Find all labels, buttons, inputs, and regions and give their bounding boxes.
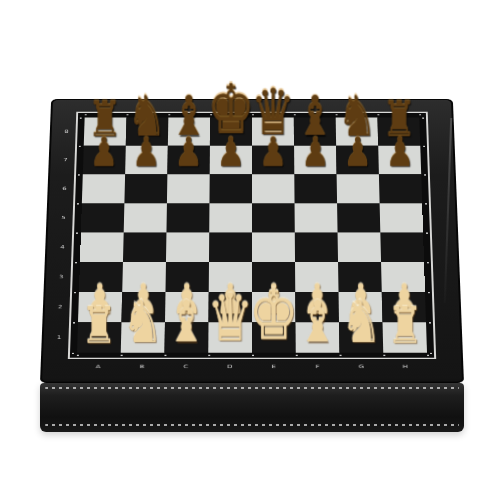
square-b4[interactable] xyxy=(123,232,166,262)
square-g4[interactable] xyxy=(338,232,381,262)
stitch-line-top xyxy=(45,387,459,389)
square-e5[interactable] xyxy=(252,203,295,232)
square-d6[interactable] xyxy=(209,174,252,203)
square-a4[interactable] xyxy=(80,232,124,262)
file-label-e: E xyxy=(252,363,296,370)
square-b6[interactable] xyxy=(124,174,167,203)
file-label-g: G xyxy=(340,363,384,370)
square-g6[interactable] xyxy=(337,174,380,203)
leather-box-front xyxy=(40,383,464,432)
file-label-h: H xyxy=(384,363,428,370)
square-e4[interactable] xyxy=(252,232,295,262)
square-h4[interactable] xyxy=(380,232,424,262)
square-f6[interactable] xyxy=(294,174,337,203)
file-labels: ABCDEFGH xyxy=(76,363,427,370)
file-label-c: C xyxy=(164,363,208,370)
square-c6[interactable] xyxy=(167,174,210,203)
chess-box-lid: ♜♞♝♚♛♝♞♜♟♟♟♟♟♟♟♟♟♟♟♟♟♟♟♟♜♞♝♛♚♝♞♜ ABCDEFG… xyxy=(40,99,464,383)
piece-black-pawn[interactable]: ♟ xyxy=(369,132,431,173)
border-dots-bottom xyxy=(77,355,429,356)
square-e6[interactable] xyxy=(252,174,295,203)
rank-label-8: 8 xyxy=(59,117,74,145)
file-label-a: A xyxy=(76,363,120,370)
square-h5[interactable] xyxy=(380,203,423,232)
square-b5[interactable] xyxy=(124,203,167,232)
square-h7[interactable]: ♟ xyxy=(378,146,421,175)
square-h1[interactable]: ♜ xyxy=(383,322,428,353)
rank-label-1: 1 xyxy=(51,322,67,353)
square-c4[interactable] xyxy=(166,232,209,262)
square-f4[interactable] xyxy=(295,232,338,262)
stitch-line-bottom xyxy=(45,424,459,426)
product-scene: ♜♞♝♚♛♝♞♜♟♟♟♟♟♟♟♟♟♟♟♟♟♟♟♟♜♞♝♛♚♝♞♜ ABCDEFG… xyxy=(0,0,500,500)
board-grid: ♜♞♝♚♛♝♞♜♟♟♟♟♟♟♟♟♟♟♟♟♟♟♟♟♜♞♝♛♚♝♞♜ xyxy=(77,117,427,352)
rank-label-2: 2 xyxy=(52,292,68,322)
file-label-b: B xyxy=(120,363,164,370)
piece-white-rook[interactable]: ♜ xyxy=(373,300,437,351)
square-d5[interactable] xyxy=(209,203,252,232)
rank-label-6: 6 xyxy=(57,174,73,203)
board-frame: ♜♞♝♚♛♝♞♜♟♟♟♟♟♟♟♟♟♟♟♟♟♟♟♟♜♞♝♛♚♝♞♜ xyxy=(68,112,436,359)
rank-label-4: 4 xyxy=(55,232,71,262)
rank-label-7: 7 xyxy=(58,146,73,175)
square-c5[interactable] xyxy=(166,203,209,232)
file-label-f: F xyxy=(296,363,340,370)
square-g5[interactable] xyxy=(337,203,380,232)
file-label-d: D xyxy=(208,363,252,370)
square-a5[interactable] xyxy=(81,203,124,232)
square-a6[interactable] xyxy=(82,174,125,203)
square-d4[interactable] xyxy=(209,232,252,262)
square-h6[interactable] xyxy=(379,174,422,203)
square-f5[interactable] xyxy=(295,203,338,232)
rank-label-3: 3 xyxy=(53,262,69,292)
rank-label-5: 5 xyxy=(56,203,72,232)
